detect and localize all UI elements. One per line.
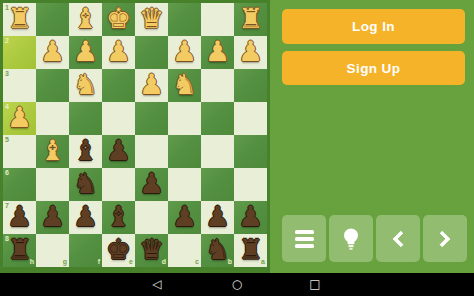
square-b5[interactable] <box>201 135 234 168</box>
square-a5[interactable] <box>234 135 267 168</box>
white-pawn-g2: ♟ <box>36 36 69 69</box>
square-b3[interactable] <box>201 69 234 102</box>
black-pawn-h7: ♟ <box>3 201 36 234</box>
square-c4[interactable] <box>168 102 201 135</box>
square-h5[interactable]: 5 <box>3 135 36 168</box>
square-d2[interactable] <box>135 36 168 69</box>
square-g4[interactable] <box>36 102 69 135</box>
black-bishop-f5: ♝ <box>69 135 102 168</box>
square-g6[interactable] <box>36 168 69 201</box>
square-h7[interactable]: 7♟ <box>3 201 36 234</box>
white-king-e1: ♚ <box>102 3 135 36</box>
square-e5[interactable]: ♟ <box>102 135 135 168</box>
rank-label-3: 3 <box>5 70 9 78</box>
next-move-button[interactable] <box>423 215 467 262</box>
black-pawn-g7: ♟ <box>36 201 69 234</box>
square-c1[interactable] <box>168 3 201 36</box>
black-pawn-e5: ♟ <box>102 135 135 168</box>
square-h4[interactable]: 4♟ <box>3 102 36 135</box>
android-back-button[interactable]: ◁ <box>145 273 169 296</box>
rank-label-6: 6 <box>5 169 9 177</box>
file-label-g: g <box>63 258 67 266</box>
square-c3[interactable]: ♞ <box>168 69 201 102</box>
square-h6[interactable]: 6 <box>3 168 36 201</box>
white-pawn-d3: ♟ <box>135 69 168 102</box>
hamburger-icon <box>295 230 314 248</box>
square-f1[interactable]: ♝ <box>69 3 102 36</box>
toolbar <box>282 215 467 262</box>
black-pawn-a7: ♟ <box>234 201 267 234</box>
square-e6[interactable] <box>102 168 135 201</box>
previous-move-button[interactable] <box>376 215 420 262</box>
file-label-f: f <box>98 258 100 266</box>
square-e3[interactable] <box>102 69 135 102</box>
square-a6[interactable] <box>234 168 267 201</box>
login-button[interactable]: Log In <box>282 9 465 44</box>
white-bishop-g5: ♝ <box>36 135 69 168</box>
white-bishop-f1: ♝ <box>69 3 102 36</box>
square-e2[interactable]: ♟ <box>102 36 135 69</box>
hint-button[interactable] <box>329 215 373 262</box>
android-navigation-bar: ◁ ○ □ <box>0 273 474 296</box>
square-g8[interactable]: g <box>36 234 69 267</box>
black-knight-f6: ♞ <box>69 168 102 201</box>
square-e7[interactable]: ♝ <box>102 201 135 234</box>
white-pawn-e2: ♟ <box>102 36 135 69</box>
square-f7[interactable]: ♟ <box>69 201 102 234</box>
black-knight-b8: ♞ <box>201 234 234 267</box>
rank-label-5: 5 <box>5 136 9 144</box>
white-pawn-b2: ♟ <box>201 36 234 69</box>
white-knight-f3: ♞ <box>69 69 102 102</box>
square-d6[interactable]: ♟ <box>135 168 168 201</box>
square-c2[interactable]: ♟ <box>168 36 201 69</box>
square-b8[interactable]: b♞ <box>201 234 234 267</box>
square-g3[interactable] <box>36 69 69 102</box>
square-g2[interactable]: ♟ <box>36 36 69 69</box>
white-pawn-a2: ♟ <box>234 36 267 69</box>
square-g5[interactable]: ♝ <box>36 135 69 168</box>
app-background: 1♜♝♚♛♜2♟♟♟♟♟♟3♞♟♞4♟5♝♝♟6♞♟7♟♟♟♝♟♟♟8h♜gfe… <box>0 0 474 273</box>
square-c7[interactable]: ♟ <box>168 201 201 234</box>
square-e1[interactable]: ♚ <box>102 3 135 36</box>
square-d7[interactable] <box>135 201 168 234</box>
rank-label-2: 2 <box>5 37 9 45</box>
lightbulb-icon <box>339 226 363 252</box>
black-pawn-b7: ♟ <box>201 201 234 234</box>
square-b2[interactable]: ♟ <box>201 36 234 69</box>
black-rook-a8: ♜ <box>234 234 267 267</box>
square-h8[interactable]: 8h♜ <box>3 234 36 267</box>
square-f4[interactable] <box>69 102 102 135</box>
square-e8[interactable]: e♚ <box>102 234 135 267</box>
square-d4[interactable] <box>135 102 168 135</box>
square-d3[interactable]: ♟ <box>135 69 168 102</box>
white-pawn-f2: ♟ <box>69 36 102 69</box>
square-f6[interactable]: ♞ <box>69 168 102 201</box>
black-bishop-e7: ♝ <box>102 201 135 234</box>
square-a3[interactable] <box>234 69 267 102</box>
android-recents-button[interactable]: □ <box>303 273 327 296</box>
square-a2[interactable]: ♟ <box>234 36 267 69</box>
square-h1[interactable]: 1♜ <box>3 3 36 36</box>
square-c6[interactable] <box>168 168 201 201</box>
white-pawn-c2: ♟ <box>168 36 201 69</box>
white-queen-d1: ♛ <box>135 3 168 36</box>
android-home-button[interactable]: ○ <box>225 273 249 296</box>
square-a4[interactable] <box>234 102 267 135</box>
square-h2[interactable]: 2 <box>3 36 36 69</box>
square-d5[interactable] <box>135 135 168 168</box>
square-b6[interactable] <box>201 168 234 201</box>
square-f2[interactable]: ♟ <box>69 36 102 69</box>
square-g7[interactable]: ♟ <box>36 201 69 234</box>
chevron-right-icon <box>434 230 451 247</box>
black-queen-d8: ♛ <box>135 234 168 267</box>
white-rook-h1: ♜ <box>3 3 36 36</box>
square-f8[interactable]: f <box>69 234 102 267</box>
square-d1[interactable]: ♛ <box>135 3 168 36</box>
square-c8[interactable]: c <box>168 234 201 267</box>
black-rook-h8: ♜ <box>3 234 36 267</box>
square-a1[interactable]: ♜ <box>234 3 267 36</box>
black-pawn-c7: ♟ <box>168 201 201 234</box>
black-pawn-d6: ♟ <box>135 168 168 201</box>
square-e4[interactable] <box>102 102 135 135</box>
file-label-c: c <box>195 258 199 266</box>
square-b4[interactable] <box>201 102 234 135</box>
chess-board-frame: 1♜♝♚♛♜2♟♟♟♟♟♟3♞♟♞4♟5♝♝♟6♞♟7♟♟♟♝♟♟♟8h♜gfe… <box>0 0 270 273</box>
square-c5[interactable] <box>168 135 201 168</box>
square-a8[interactable]: a♜ <box>234 234 267 267</box>
menu-button[interactable] <box>282 215 326 262</box>
chess-board: 1♜♝♚♛♜2♟♟♟♟♟♟3♞♟♞4♟5♝♝♟6♞♟7♟♟♟♝♟♟♟8h♜gfe… <box>3 3 267 267</box>
white-rook-a1: ♜ <box>234 3 267 36</box>
black-king-e8: ♚ <box>102 234 135 267</box>
square-g1[interactable] <box>36 3 69 36</box>
square-f3[interactable]: ♞ <box>69 69 102 102</box>
side-panel: Log In Sign Up <box>270 0 474 273</box>
square-a7[interactable]: ♟ <box>234 201 267 234</box>
square-f5[interactable]: ♝ <box>69 135 102 168</box>
square-b1[interactable] <box>201 3 234 36</box>
white-knight-c3: ♞ <box>168 69 201 102</box>
square-h3[interactable]: 3 <box>3 69 36 102</box>
square-d8[interactable]: d♛ <box>135 234 168 267</box>
white-pawn-h4: ♟ <box>3 102 36 135</box>
chevron-left-icon <box>392 230 409 247</box>
signup-button[interactable]: Sign Up <box>282 51 465 85</box>
square-b7[interactable]: ♟ <box>201 201 234 234</box>
black-pawn-f7: ♟ <box>69 201 102 234</box>
